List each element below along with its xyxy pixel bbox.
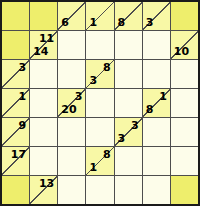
across-clue: 3 <box>75 91 83 102</box>
entry-cell[interactable] <box>143 31 170 59</box>
across-clue: 13 <box>39 178 54 189</box>
entry-cell[interactable] <box>115 31 142 59</box>
clue-cell: 18 <box>143 89 170 117</box>
entry-cell[interactable] <box>86 89 113 117</box>
entry-cell[interactable] <box>58 118 85 146</box>
down-clue: 3 <box>89 75 97 86</box>
entry-cell[interactable] <box>171 118 198 146</box>
clue-cell: 1 <box>2 89 29 117</box>
down-clue: 3 <box>118 133 126 144</box>
clue-cell: 9 <box>2 118 29 146</box>
clue-cell: 320 <box>58 89 85 117</box>
down-clue: 20 <box>61 104 76 115</box>
clue-cell: 3 <box>143 2 170 30</box>
down-clue: 10 <box>174 46 189 57</box>
entry-cell[interactable] <box>58 60 85 88</box>
entry-cell[interactable] <box>143 176 170 204</box>
entry-cell[interactable] <box>143 118 170 146</box>
across-clue: 9 <box>18 120 26 131</box>
entry-cell[interactable] <box>58 31 85 59</box>
entry-cell[interactable] <box>86 176 113 204</box>
entry-cell[interactable] <box>115 176 142 204</box>
down-clue: 6 <box>61 17 69 28</box>
blocked-cell <box>2 31 29 59</box>
across-clue: 11 <box>39 33 54 44</box>
clue-cell: 1114 <box>30 31 57 59</box>
down-clue: 14 <box>33 46 48 57</box>
down-clue: 1 <box>89 17 97 28</box>
entry-cell[interactable] <box>30 89 57 117</box>
down-clue: 1 <box>89 162 97 173</box>
across-clue: 8 <box>103 62 111 73</box>
across-clue: 1 <box>18 91 26 102</box>
down-clue: 8 <box>118 17 126 28</box>
entry-cell[interactable] <box>30 147 57 175</box>
entry-cell[interactable] <box>115 89 142 117</box>
kakuro-board: 6183111410383132018933178113 <box>0 0 200 206</box>
down-clue: 8 <box>146 104 154 115</box>
blocked-cell <box>30 2 57 30</box>
entry-cell[interactable] <box>58 176 85 204</box>
across-clue: 3 <box>18 62 26 73</box>
blocked-cell <box>2 176 29 204</box>
across-clue: 1 <box>159 91 167 102</box>
blocked-cell <box>171 2 198 30</box>
entry-cell[interactable] <box>115 147 142 175</box>
clue-cell: 6 <box>58 2 85 30</box>
across-clue: 17 <box>11 149 26 160</box>
clue-cell: 17 <box>2 147 29 175</box>
entry-cell[interactable] <box>171 147 198 175</box>
down-clue: 3 <box>146 17 154 28</box>
entry-cell[interactable] <box>143 60 170 88</box>
clue-cell: 33 <box>115 118 142 146</box>
entry-cell[interactable] <box>86 31 113 59</box>
clue-cell: 81 <box>86 147 113 175</box>
entry-cell[interactable] <box>30 60 57 88</box>
entry-cell[interactable] <box>143 147 170 175</box>
blocked-cell <box>2 2 29 30</box>
clue-cell: 10 <box>171 31 198 59</box>
entry-cell[interactable] <box>30 118 57 146</box>
entry-cell[interactable] <box>58 147 85 175</box>
clue-cell: 3 <box>2 60 29 88</box>
across-clue: 8 <box>103 149 111 160</box>
entry-cell[interactable] <box>171 89 198 117</box>
clue-cell: 13 <box>30 176 57 204</box>
across-clue: 3 <box>131 120 139 131</box>
blocked-cell <box>171 176 198 204</box>
entry-cell[interactable] <box>171 60 198 88</box>
clue-cell: 83 <box>86 60 113 88</box>
clue-cell: 8 <box>115 2 142 30</box>
entry-cell[interactable] <box>86 118 113 146</box>
entry-cell[interactable] <box>115 60 142 88</box>
clue-cell: 1 <box>86 2 113 30</box>
